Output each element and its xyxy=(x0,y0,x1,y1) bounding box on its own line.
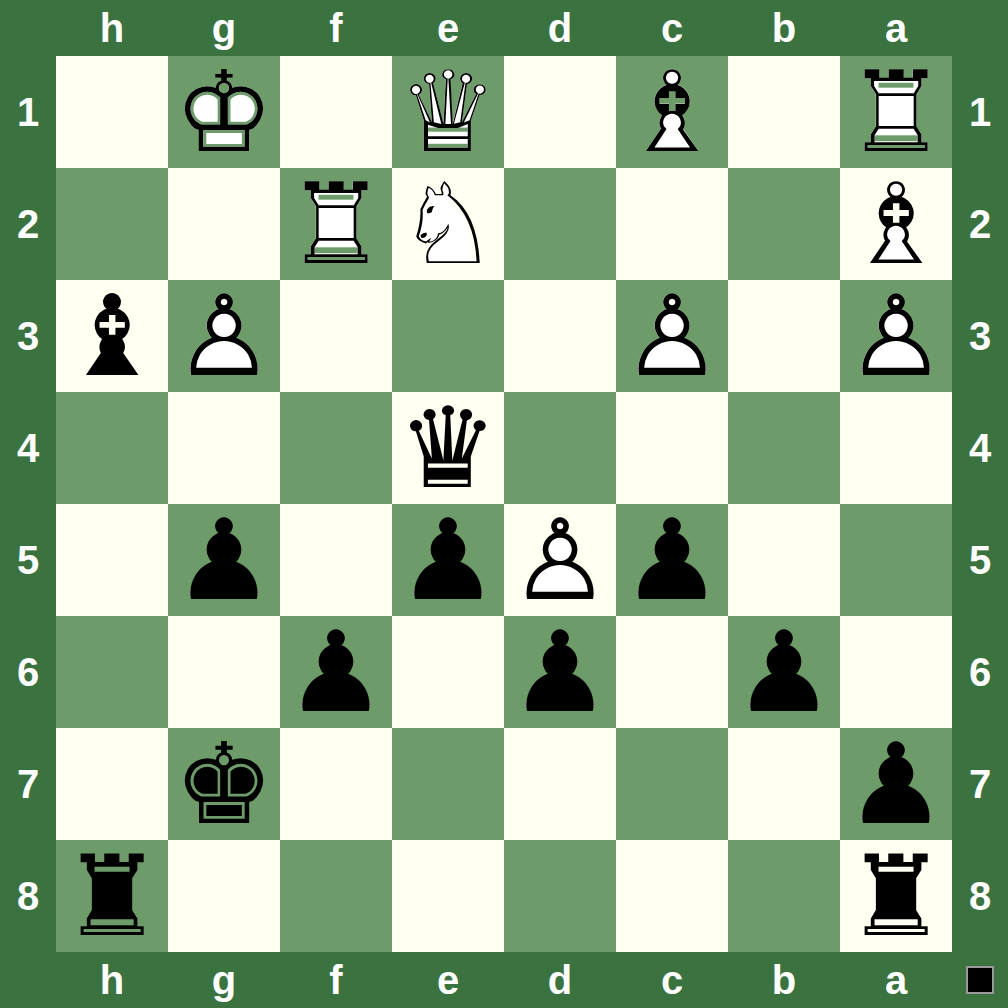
file-label-f-bottom: f xyxy=(280,952,392,1008)
board-corner-bottom-right xyxy=(952,952,1008,1008)
file-label-b-bottom: b xyxy=(728,952,840,1008)
square-e7[interactable] xyxy=(392,728,504,840)
white-king-outline-glyph: ♔ xyxy=(168,56,280,168)
file-label-e-bottom: e xyxy=(392,952,504,1008)
black-pawn[interactable]: ♟ xyxy=(392,504,504,616)
rank-label-1-right: 1 xyxy=(952,56,1008,168)
black-rook[interactable]: ♜ xyxy=(56,840,168,952)
file-label-h-top: h xyxy=(56,0,168,56)
square-b4[interactable] xyxy=(728,392,840,504)
black-pawn-glyph: ♟ xyxy=(840,728,952,840)
white-pawn[interactable]: ♟♙ xyxy=(504,504,616,616)
board-corner-top-right xyxy=(952,0,1008,56)
square-b1[interactable] xyxy=(728,56,840,168)
square-g3[interactable]: ♟♙ xyxy=(168,280,280,392)
white-pawn[interactable]: ♟♙ xyxy=(616,280,728,392)
square-a7[interactable]: ♟ xyxy=(840,728,952,840)
black-bishop-glyph: ♝ xyxy=(56,280,168,392)
square-d8[interactable] xyxy=(504,840,616,952)
square-f5[interactable] xyxy=(280,504,392,616)
square-c1[interactable]: ♝♗ xyxy=(616,56,728,168)
file-label-c-bottom: c xyxy=(616,952,728,1008)
square-f7[interactable] xyxy=(280,728,392,840)
rank-label-5-left: 5 xyxy=(0,504,56,616)
square-e1[interactable]: ♛♕ xyxy=(392,56,504,168)
black-pawn-glyph: ♟ xyxy=(504,616,616,728)
square-g8[interactable] xyxy=(168,840,280,952)
white-pawn-outline-glyph: ♙ xyxy=(840,280,952,392)
white-rook[interactable]: ♜♖ xyxy=(280,168,392,280)
square-b7[interactable] xyxy=(728,728,840,840)
board-corner-bottom-left xyxy=(0,952,56,1008)
white-pawn[interactable]: ♟♙ xyxy=(168,280,280,392)
black-rook-glyph: ♜ xyxy=(840,840,952,952)
black-pawn-glyph: ♟ xyxy=(616,504,728,616)
rank-label-2-right: 2 xyxy=(952,168,1008,280)
file-label-b-top: b xyxy=(728,0,840,56)
square-b8[interactable] xyxy=(728,840,840,952)
square-b5[interactable] xyxy=(728,504,840,616)
square-g2[interactable] xyxy=(168,168,280,280)
black-rook-glyph: ♜ xyxy=(56,840,168,952)
square-e2[interactable]: ♞♘ xyxy=(392,168,504,280)
black-pawn-glyph: ♟ xyxy=(280,616,392,728)
square-g7[interactable]: ♚ xyxy=(168,728,280,840)
rank-label-8-right: 8 xyxy=(952,840,1008,952)
square-h7[interactable] xyxy=(56,728,168,840)
rank-label-6-right: 6 xyxy=(952,616,1008,728)
square-d1[interactable] xyxy=(504,56,616,168)
file-label-g-bottom: g xyxy=(168,952,280,1008)
square-a3[interactable]: ♟♙ xyxy=(840,280,952,392)
rank-label-5-right: 5 xyxy=(952,504,1008,616)
white-king[interactable]: ♚♔ xyxy=(168,56,280,168)
square-c2[interactable] xyxy=(616,168,728,280)
rank-label-6-left: 6 xyxy=(0,616,56,728)
black-pawn-glyph: ♟ xyxy=(168,504,280,616)
square-a5[interactable] xyxy=(840,504,952,616)
black-queen-glyph: ♛ xyxy=(392,392,504,504)
square-f8[interactable] xyxy=(280,840,392,952)
square-h8[interactable]: ♜ xyxy=(56,840,168,952)
square-h3[interactable]: ♝ xyxy=(56,280,168,392)
square-f3[interactable] xyxy=(280,280,392,392)
white-pawn-outline-glyph: ♙ xyxy=(504,504,616,616)
square-e4[interactable]: ♛ xyxy=(392,392,504,504)
black-rook[interactable]: ♜ xyxy=(840,840,952,952)
white-queen-outline-glyph: ♕ xyxy=(392,56,504,168)
square-f6[interactable]: ♟ xyxy=(280,616,392,728)
rank-label-3-left: 3 xyxy=(0,280,56,392)
black-pawn[interactable]: ♟ xyxy=(504,616,616,728)
square-h4[interactable] xyxy=(56,392,168,504)
square-g4[interactable] xyxy=(168,392,280,504)
black-pawn-glyph: ♟ xyxy=(728,616,840,728)
square-d4[interactable] xyxy=(504,392,616,504)
square-f1[interactable] xyxy=(280,56,392,168)
black-pawn[interactable]: ♟ xyxy=(280,616,392,728)
white-rook[interactable]: ♜♖ xyxy=(840,56,952,168)
rank-label-1-left: 1 xyxy=(0,56,56,168)
square-c3[interactable]: ♟♙ xyxy=(616,280,728,392)
square-d7[interactable] xyxy=(504,728,616,840)
rank-label-7-left: 7 xyxy=(0,728,56,840)
square-h6[interactable] xyxy=(56,616,168,728)
square-a2[interactable]: ♝♗ xyxy=(840,168,952,280)
white-rook-outline-glyph: ♖ xyxy=(280,168,392,280)
file-label-f-top: f xyxy=(280,0,392,56)
square-e3[interactable] xyxy=(392,280,504,392)
white-bishop[interactable]: ♝♗ xyxy=(616,56,728,168)
side-to-move-indicator xyxy=(966,966,994,994)
square-a1[interactable]: ♜♖ xyxy=(840,56,952,168)
white-bishop-outline-glyph: ♗ xyxy=(616,56,728,168)
square-e6[interactable] xyxy=(392,616,504,728)
square-a6[interactable] xyxy=(840,616,952,728)
square-h1[interactable] xyxy=(56,56,168,168)
black-pawn[interactable]: ♟ xyxy=(616,504,728,616)
square-d2[interactable] xyxy=(504,168,616,280)
square-c8[interactable] xyxy=(616,840,728,952)
square-h2[interactable] xyxy=(56,168,168,280)
board-corner-top-left xyxy=(0,0,56,56)
white-knight[interactable]: ♞♘ xyxy=(392,168,504,280)
black-queen[interactable]: ♛ xyxy=(392,392,504,504)
white-pawn-outline-glyph: ♙ xyxy=(616,280,728,392)
black-pawn-glyph: ♟ xyxy=(392,504,504,616)
black-pawn[interactable]: ♟ xyxy=(728,616,840,728)
file-label-d-bottom: d xyxy=(504,952,616,1008)
white-bishop-outline-glyph: ♗ xyxy=(840,168,952,280)
rank-label-2-left: 2 xyxy=(0,168,56,280)
rank-label-7-right: 7 xyxy=(952,728,1008,840)
white-rook-outline-glyph: ♖ xyxy=(840,56,952,168)
black-king-glyph: ♚ xyxy=(168,728,280,840)
square-d3[interactable] xyxy=(504,280,616,392)
black-bishop[interactable]: ♝ xyxy=(56,280,168,392)
board-frame: hgfedcba1♚♔♛♕♝♗♜♖12♜♖♞♘♝♗23♝♟♙♟♙♟♙34♛45♟… xyxy=(0,0,1008,1008)
white-pawn[interactable]: ♟♙ xyxy=(840,280,952,392)
square-b3[interactable] xyxy=(728,280,840,392)
square-g5[interactable]: ♟ xyxy=(168,504,280,616)
rank-label-8-left: 8 xyxy=(0,840,56,952)
rank-label-4-left: 4 xyxy=(0,392,56,504)
white-bishop[interactable]: ♝♗ xyxy=(840,168,952,280)
rank-label-4-right: 4 xyxy=(952,392,1008,504)
square-d6[interactable]: ♟ xyxy=(504,616,616,728)
rank-label-3-right: 3 xyxy=(952,280,1008,392)
white-queen[interactable]: ♛♕ xyxy=(392,56,504,168)
black-pawn[interactable]: ♟ xyxy=(840,728,952,840)
square-a4[interactable] xyxy=(840,392,952,504)
square-c5[interactable]: ♟ xyxy=(616,504,728,616)
square-c6[interactable] xyxy=(616,616,728,728)
white-pawn-outline-glyph: ♙ xyxy=(168,280,280,392)
square-c4[interactable] xyxy=(616,392,728,504)
square-g6[interactable] xyxy=(168,616,280,728)
square-h5[interactable] xyxy=(56,504,168,616)
square-b6[interactable]: ♟ xyxy=(728,616,840,728)
square-b2[interactable] xyxy=(728,168,840,280)
square-f4[interactable] xyxy=(280,392,392,504)
square-g1[interactable]: ♚♔ xyxy=(168,56,280,168)
square-f2[interactable]: ♜♖ xyxy=(280,168,392,280)
black-pawn[interactable]: ♟ xyxy=(168,504,280,616)
file-label-d-top: d xyxy=(504,0,616,56)
square-c7[interactable] xyxy=(616,728,728,840)
white-knight-outline-glyph: ♘ xyxy=(392,168,504,280)
square-a8[interactable]: ♜ xyxy=(840,840,952,952)
square-d5[interactable]: ♟♙ xyxy=(504,504,616,616)
chess-board: hgfedcba1♚♔♛♕♝♗♜♖12♜♖♞♘♝♗23♝♟♙♟♙♟♙34♛45♟… xyxy=(0,0,1008,1008)
square-e8[interactable] xyxy=(392,840,504,952)
square-e5[interactable]: ♟ xyxy=(392,504,504,616)
black-king[interactable]: ♚ xyxy=(168,728,280,840)
